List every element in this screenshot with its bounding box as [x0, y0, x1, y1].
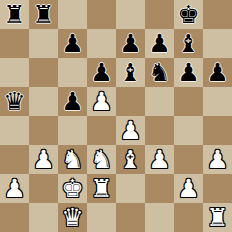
- square-c2[interactable]: ♚: [58, 174, 87, 203]
- square-d5[interactable]: ♟: [87, 87, 116, 116]
- white-pawn[interactable]: ♟: [206, 147, 228, 172]
- square-f4[interactable]: [145, 116, 174, 145]
- square-d2[interactable]: ♜: [87, 174, 116, 203]
- square-f5[interactable]: [145, 87, 174, 116]
- white-pawn[interactable]: ♟: [119, 118, 141, 143]
- square-g5[interactable]: [174, 87, 203, 116]
- white-pawn[interactable]: ♟: [3, 176, 25, 201]
- square-e3[interactable]: ♝: [116, 145, 145, 174]
- square-h8[interactable]: [203, 0, 232, 29]
- square-e1[interactable]: [116, 203, 145, 232]
- square-a1[interactable]: [0, 203, 29, 232]
- square-f3[interactable]: ♟: [145, 145, 174, 174]
- square-e8[interactable]: [116, 0, 145, 29]
- white-queen[interactable]: ♛: [61, 205, 83, 230]
- white-rook[interactable]: ♜: [90, 176, 112, 201]
- square-d7[interactable]: [87, 29, 116, 58]
- square-f7[interactable]: ♟: [145, 29, 174, 58]
- black-pawn[interactable]: ♟: [148, 31, 170, 56]
- white-pawn[interactable]: ♟: [177, 176, 199, 201]
- chess-board: ♜♜♚♟♟♟♝♟♝♞♟♟♛♟♟♟♟♞♞♝♟♟♟♚♜♟♛♜: [0, 0, 232, 232]
- square-h1[interactable]: ♜: [203, 203, 232, 232]
- square-b6[interactable]: [29, 58, 58, 87]
- black-pawn[interactable]: ♟: [206, 60, 228, 85]
- square-h7[interactable]: [203, 29, 232, 58]
- square-b2[interactable]: [29, 174, 58, 203]
- square-h2[interactable]: [203, 174, 232, 203]
- square-h6[interactable]: ♟: [203, 58, 232, 87]
- square-e7[interactable]: ♟: [116, 29, 145, 58]
- square-e5[interactable]: [116, 87, 145, 116]
- square-a6[interactable]: [0, 58, 29, 87]
- black-queen[interactable]: ♛: [3, 89, 25, 114]
- square-b1[interactable]: [29, 203, 58, 232]
- black-king[interactable]: ♚: [177, 2, 199, 27]
- square-g2[interactable]: ♟: [174, 174, 203, 203]
- black-knight[interactable]: ♞: [148, 60, 170, 85]
- square-b8[interactable]: ♜: [29, 0, 58, 29]
- square-g6[interactable]: ♟: [174, 58, 203, 87]
- black-pawn[interactable]: ♟: [61, 31, 83, 56]
- square-e4[interactable]: ♟: [116, 116, 145, 145]
- white-rook[interactable]: ♜: [206, 205, 228, 230]
- square-d8[interactable]: [87, 0, 116, 29]
- black-pawn[interactable]: ♟: [90, 60, 112, 85]
- white-pawn[interactable]: ♟: [148, 147, 170, 172]
- square-g8[interactable]: ♚: [174, 0, 203, 29]
- black-pawn[interactable]: ♟: [119, 31, 141, 56]
- square-c7[interactable]: ♟: [58, 29, 87, 58]
- square-c6[interactable]: [58, 58, 87, 87]
- square-f6[interactable]: ♞: [145, 58, 174, 87]
- square-a4[interactable]: [0, 116, 29, 145]
- square-h3[interactable]: ♟: [203, 145, 232, 174]
- white-knight[interactable]: ♞: [61, 147, 83, 172]
- square-f1[interactable]: [145, 203, 174, 232]
- square-b4[interactable]: [29, 116, 58, 145]
- square-a3[interactable]: [0, 145, 29, 174]
- square-g1[interactable]: [174, 203, 203, 232]
- square-d1[interactable]: [87, 203, 116, 232]
- square-f2[interactable]: [145, 174, 174, 203]
- square-h5[interactable]: [203, 87, 232, 116]
- square-a8[interactable]: ♜: [0, 0, 29, 29]
- black-rook[interactable]: ♜: [3, 2, 25, 27]
- square-g3[interactable]: [174, 145, 203, 174]
- square-d3[interactable]: ♞: [87, 145, 116, 174]
- square-c1[interactable]: ♛: [58, 203, 87, 232]
- white-king[interactable]: ♚: [61, 176, 83, 201]
- square-b7[interactable]: [29, 29, 58, 58]
- black-pawn[interactable]: ♟: [61, 89, 83, 114]
- square-a5[interactable]: ♛: [0, 87, 29, 116]
- square-d4[interactable]: [87, 116, 116, 145]
- black-bishop[interactable]: ♝: [177, 31, 199, 56]
- square-b5[interactable]: [29, 87, 58, 116]
- white-pawn[interactable]: ♟: [90, 89, 112, 114]
- square-d6[interactable]: ♟: [87, 58, 116, 87]
- square-c8[interactable]: [58, 0, 87, 29]
- black-rook[interactable]: ♜: [32, 2, 54, 27]
- square-e6[interactable]: ♝: [116, 58, 145, 87]
- white-pawn[interactable]: ♟: [32, 147, 54, 172]
- square-b3[interactable]: ♟: [29, 145, 58, 174]
- white-bishop[interactable]: ♝: [119, 147, 141, 172]
- black-bishop[interactable]: ♝: [119, 60, 141, 85]
- black-pawn[interactable]: ♟: [177, 60, 199, 85]
- square-e2[interactable]: [116, 174, 145, 203]
- square-h4[interactable]: [203, 116, 232, 145]
- square-c5[interactable]: ♟: [58, 87, 87, 116]
- square-g4[interactable]: [174, 116, 203, 145]
- square-a2[interactable]: ♟: [0, 174, 29, 203]
- square-c4[interactable]: [58, 116, 87, 145]
- square-a7[interactable]: [0, 29, 29, 58]
- square-g7[interactable]: ♝: [174, 29, 203, 58]
- square-c3[interactable]: ♞: [58, 145, 87, 174]
- square-f8[interactable]: [145, 0, 174, 29]
- white-knight[interactable]: ♞: [90, 147, 112, 172]
